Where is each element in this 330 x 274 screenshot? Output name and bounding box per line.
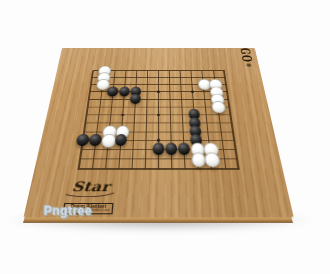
product-photo: GO ✽ Star Oyun Aletleri www.staroyunalet…	[0, 0, 330, 274]
star-point	[191, 90, 194, 92]
grid-line-horizontal	[84, 122, 231, 123]
grid-line-vertical	[131, 70, 137, 169]
star-point	[157, 113, 160, 116]
brand-name: Star	[56, 180, 123, 191]
goban: GO ✽ Star Oyun Aletleri www.staroyunalet…	[23, 48, 293, 217]
stone-black-B4	[88, 134, 101, 146]
stone-black-J3	[177, 142, 190, 154]
star-point	[157, 90, 160, 92]
grid-line-vertical	[144, 70, 147, 169]
go-label: GO	[237, 47, 254, 62]
stone-black-D10	[118, 86, 129, 96]
stone-black-E9	[129, 93, 140, 103]
grid-line-vertical	[77, 70, 93, 169]
stone-black-C10	[106, 86, 118, 96]
star-point	[121, 113, 124, 116]
stone-white-M8	[211, 101, 226, 113]
grid-line-vertical	[118, 70, 126, 169]
stone-black-H3	[165, 142, 177, 154]
grid-line-horizontal	[77, 168, 238, 169]
star-point	[157, 139, 160, 142]
perspective-scene: GO ✽ Star Oyun Aletleri www.staroyunalet…	[0, 0, 330, 274]
watermark: Pngtree	[44, 204, 93, 218]
go-mark: GO ✽	[230, 50, 263, 67]
go-ornament-icon: ✽	[243, 63, 252, 67]
stone-white-L2	[204, 152, 220, 167]
stone-black-G3	[152, 142, 164, 154]
stone-black-A4	[75, 134, 89, 146]
stone-white-C4	[101, 134, 116, 148]
grid-line-vertical	[223, 70, 239, 169]
